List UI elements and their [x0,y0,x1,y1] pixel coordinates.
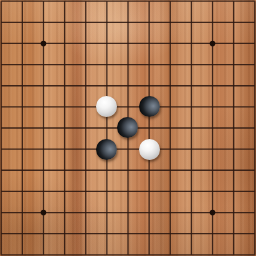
black-stone [139,96,160,117]
black-stone [117,117,138,138]
black-stone [96,139,117,160]
white-stone [139,139,160,160]
white-stone [96,96,117,117]
go-board[interactable] [0,0,256,256]
stones-layer [0,0,256,256]
